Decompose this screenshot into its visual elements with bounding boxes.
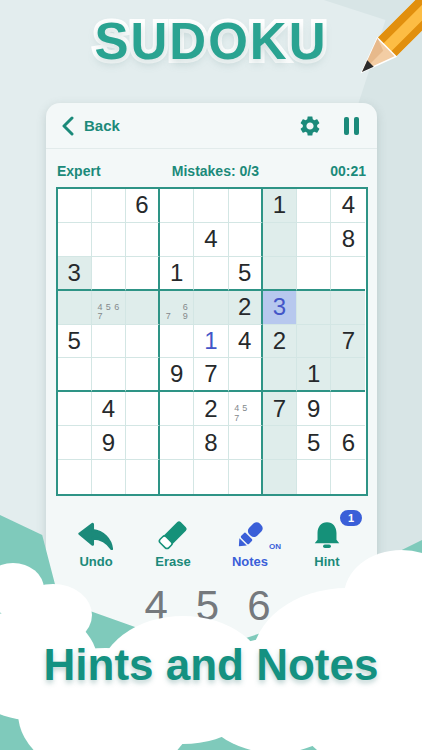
cell-r2c1[interactable] bbox=[58, 223, 92, 257]
cell-r7c3[interactable] bbox=[126, 392, 160, 426]
app-screen: SUDOKU Back bbox=[0, 0, 422, 750]
undo-arrow-icon bbox=[78, 522, 114, 550]
cell-r8c9[interactable]: 6 bbox=[331, 426, 365, 460]
cell-r5c9[interactable]: 7 bbox=[331, 325, 365, 359]
notes-toggle-button[interactable]: ON Notes bbox=[223, 518, 277, 569]
undo-label: Undo bbox=[79, 554, 112, 569]
undo-button[interactable]: Undo bbox=[69, 518, 123, 569]
cell-r5c6[interactable]: 4 bbox=[229, 325, 263, 359]
pause-button[interactable] bbox=[342, 115, 361, 137]
cell-r3c4[interactable]: 1 bbox=[160, 257, 194, 291]
cell-r5c7[interactable]: 2 bbox=[263, 325, 297, 359]
cell-r3c3[interactable] bbox=[126, 257, 160, 291]
cell-r5c2[interactable] bbox=[92, 325, 126, 359]
hint-label: Hint bbox=[314, 554, 339, 569]
back-label: Back bbox=[84, 117, 120, 134]
cell-r3c2[interactable] bbox=[92, 257, 126, 291]
cell-r5c8[interactable] bbox=[297, 325, 331, 359]
cell-r5c5[interactable]: 1 bbox=[194, 325, 228, 359]
hint-count-badge: 1 bbox=[338, 508, 364, 528]
pencil-notes: 457 bbox=[229, 392, 261, 425]
cell-r7c9[interactable] bbox=[331, 392, 365, 426]
back-button[interactable]: Back bbox=[62, 116, 120, 136]
erase-button[interactable]: Erase bbox=[146, 518, 200, 569]
cell-r4c7[interactable]: 3 bbox=[263, 291, 297, 325]
cell-r9c7[interactable] bbox=[263, 460, 297, 494]
settings-gear-icon[interactable] bbox=[298, 114, 322, 138]
cell-r4c6[interactable]: 2 bbox=[229, 291, 263, 325]
cell-r8c6[interactable] bbox=[229, 426, 263, 460]
cell-r7c4[interactable] bbox=[160, 392, 194, 426]
cell-r6c2[interactable] bbox=[92, 358, 126, 392]
pause-bar-icon bbox=[354, 117, 359, 135]
eraser-icon bbox=[156, 520, 190, 550]
cell-r2c6[interactable] bbox=[229, 223, 263, 257]
cell-r6c7[interactable] bbox=[263, 358, 297, 392]
pencil-notes: 679 bbox=[160, 291, 193, 324]
cell-r7c8[interactable]: 9 bbox=[297, 392, 331, 426]
status-bar: Expert Mistakes: 0/3 00:21 bbox=[46, 149, 377, 185]
cell-r3c8[interactable] bbox=[297, 257, 331, 291]
cell-r8c2[interactable]: 9 bbox=[92, 426, 126, 460]
cell-r4c1[interactable] bbox=[58, 291, 92, 325]
cell-r2c4[interactable] bbox=[160, 223, 194, 257]
timer: 00:21 bbox=[330, 163, 366, 179]
cell-r1c6[interactable] bbox=[229, 189, 263, 223]
cell-r3c1[interactable]: 3 bbox=[58, 257, 92, 291]
sudoku-board: 614483154567679235142797142457799856 bbox=[56, 187, 368, 496]
pencil-decoration-icon bbox=[310, 0, 422, 100]
cell-r9c8[interactable] bbox=[297, 460, 331, 494]
cell-r9c2[interactable] bbox=[92, 460, 126, 494]
notes-label: Notes bbox=[232, 554, 268, 569]
cell-r9c3[interactable] bbox=[126, 460, 160, 494]
cell-r8c3[interactable] bbox=[126, 426, 160, 460]
cell-r9c1[interactable] bbox=[58, 460, 92, 494]
cell-r6c5[interactable]: 7 bbox=[194, 358, 228, 392]
cell-r3c9[interactable] bbox=[331, 257, 365, 291]
difficulty-label: Expert bbox=[57, 163, 101, 179]
cell-r4c5[interactable] bbox=[194, 291, 228, 325]
cell-r1c2[interactable] bbox=[92, 189, 126, 223]
cell-r1c4[interactable] bbox=[160, 189, 194, 223]
cell-r2c9[interactable]: 8 bbox=[331, 223, 365, 257]
cell-r2c2[interactable] bbox=[92, 223, 126, 257]
mistakes-counter: Mistakes: 0/3 bbox=[172, 163, 259, 179]
cell-r4c4[interactable]: 679 bbox=[160, 291, 194, 325]
cell-r5c3[interactable] bbox=[126, 325, 160, 359]
cell-r7c1[interactable] bbox=[58, 392, 92, 426]
bottom-caption: Hints and Notes bbox=[0, 640, 422, 690]
cell-r3c6[interactable]: 5 bbox=[229, 257, 263, 291]
cell-r8c4[interactable] bbox=[160, 426, 194, 460]
cell-r4c3[interactable] bbox=[126, 291, 160, 325]
cell-r3c7[interactable] bbox=[263, 257, 297, 291]
toolbar: Undo Erase bbox=[46, 518, 377, 569]
cell-r9c4[interactable] bbox=[160, 460, 194, 494]
cell-r9c5[interactable] bbox=[194, 460, 228, 494]
hint-bell-icon bbox=[311, 520, 343, 550]
appbar: Back bbox=[46, 103, 377, 149]
cell-r4c2[interactable]: 4567 bbox=[92, 291, 126, 325]
hint-button[interactable]: 1 Hint bbox=[300, 518, 354, 569]
cell-r6c1[interactable] bbox=[58, 358, 92, 392]
chevron-left-icon bbox=[62, 116, 74, 136]
cell-r8c8[interactable]: 5 bbox=[297, 426, 331, 460]
cell-r5c1[interactable]: 5 bbox=[58, 325, 92, 359]
pencil-notes: 4567 bbox=[92, 291, 125, 324]
cell-r2c7[interactable] bbox=[263, 223, 297, 257]
cell-r4c9[interactable] bbox=[331, 291, 365, 325]
cell-r1c8[interactable] bbox=[297, 189, 331, 223]
cell-r7c5[interactable]: 2 bbox=[194, 392, 228, 426]
cell-r8c7[interactable] bbox=[263, 426, 297, 460]
cell-r9c9[interactable] bbox=[331, 460, 365, 494]
cell-r1c1[interactable] bbox=[58, 189, 92, 223]
erase-label: Erase bbox=[155, 554, 190, 569]
cell-r6c8[interactable]: 1 bbox=[297, 358, 331, 392]
cell-r2c5[interactable]: 4 bbox=[194, 223, 228, 257]
cell-r6c6[interactable] bbox=[229, 358, 263, 392]
cell-r7c6[interactable]: 457 bbox=[229, 392, 263, 426]
cell-r9c6[interactable] bbox=[229, 460, 263, 494]
cell-r8c1[interactable] bbox=[58, 426, 92, 460]
cell-r3c5[interactable] bbox=[194, 257, 228, 291]
cell-r6c4[interactable]: 9 bbox=[160, 358, 194, 392]
notes-on-badge: ON bbox=[269, 542, 281, 551]
notes-pencil-icon bbox=[233, 520, 267, 550]
pause-bar-icon bbox=[344, 117, 349, 135]
cell-r7c7[interactable]: 7 bbox=[263, 392, 297, 426]
cell-r5c4[interactable] bbox=[160, 325, 194, 359]
cell-r1c7[interactable]: 1 bbox=[263, 189, 297, 223]
game-card: Back Expert Mistakes: 0/3 00:21 61448315… bbox=[46, 103, 377, 648]
cell-r6c3[interactable] bbox=[126, 358, 160, 392]
cell-r1c9[interactable]: 4 bbox=[331, 189, 365, 223]
cell-r1c5[interactable] bbox=[194, 189, 228, 223]
cell-r2c3[interactable] bbox=[126, 223, 160, 257]
cell-r6c9[interactable] bbox=[331, 358, 365, 392]
cell-r8c5[interactable]: 8 bbox=[194, 426, 228, 460]
cell-r2c8[interactable] bbox=[297, 223, 331, 257]
cell-r4c8[interactable] bbox=[297, 291, 331, 325]
cell-r1c3[interactable]: 6 bbox=[126, 189, 160, 223]
cell-r7c2[interactable]: 4 bbox=[92, 392, 126, 426]
